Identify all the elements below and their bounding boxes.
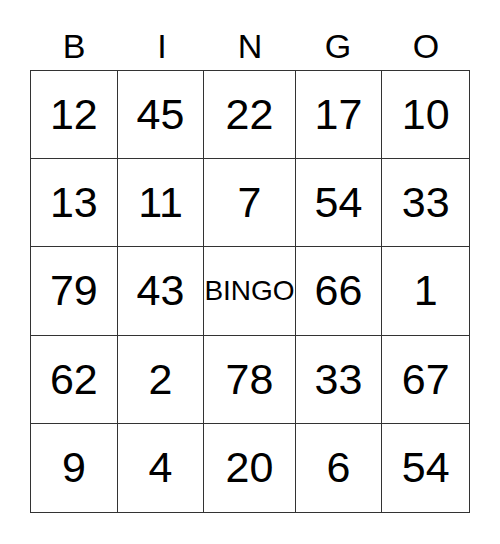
cell-r2c2[interactable]: 11: [118, 159, 205, 247]
cell-r3c2[interactable]: 43: [118, 247, 205, 335]
cell-r1c1[interactable]: 12: [31, 71, 118, 159]
cell-r3c5[interactable]: 1: [382, 247, 469, 335]
cell-r2c4[interactable]: 54: [296, 159, 383, 247]
header-letter-n: N: [206, 29, 294, 70]
cell-r4c2[interactable]: 2: [118, 336, 205, 424]
cell-r1c4[interactable]: 17: [296, 71, 383, 159]
cell-r3c1[interactable]: 79: [31, 247, 118, 335]
bingo-header: B I N G O: [30, 0, 470, 70]
header-letter-b: B: [30, 29, 118, 70]
cell-r2c5[interactable]: 33: [382, 159, 469, 247]
cell-r1c3[interactable]: 22: [204, 71, 295, 159]
cell-r4c3[interactable]: 78: [204, 336, 295, 424]
cell-r5c3[interactable]: 20: [204, 424, 295, 512]
cell-r4c4[interactable]: 33: [296, 336, 383, 424]
bingo-card: B I N G O 12 45 22 17 10 13 11 7 54 33 7…: [0, 0, 500, 544]
cell-r3c4[interactable]: 66: [296, 247, 383, 335]
header-letter-g: G: [294, 29, 382, 70]
cell-r4c1[interactable]: 62: [31, 336, 118, 424]
header-letter-i: I: [118, 29, 206, 70]
cell-r5c2[interactable]: 4: [118, 424, 205, 512]
free-space-cell[interactable]: BINGO: [204, 247, 295, 335]
bingo-board: 12 45 22 17 10 13 11 7 54 33 79 43 BINGO…: [30, 70, 470, 513]
cell-r5c4[interactable]: 6: [296, 424, 383, 512]
cell-r4c5[interactable]: 67: [382, 336, 469, 424]
cell-r1c5[interactable]: 10: [382, 71, 469, 159]
cell-r5c5[interactable]: 54: [382, 424, 469, 512]
header-letter-o: O: [382, 29, 470, 70]
cell-r5c1[interactable]: 9: [31, 424, 118, 512]
cell-r2c1[interactable]: 13: [31, 159, 118, 247]
cell-r1c2[interactable]: 45: [118, 71, 205, 159]
cell-r2c3[interactable]: 7: [204, 159, 295, 247]
